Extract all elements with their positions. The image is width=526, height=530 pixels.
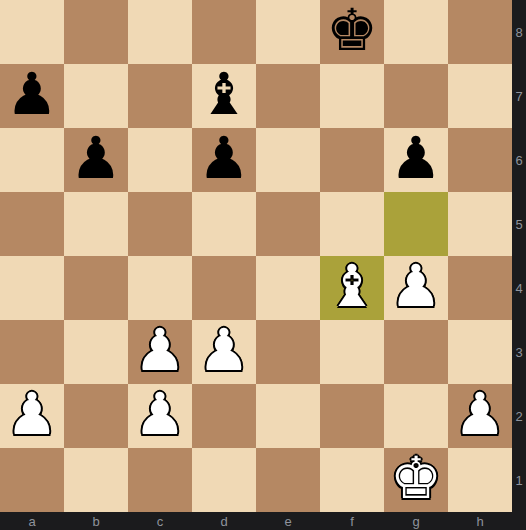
white-pawn-g4[interactable]: ♟ <box>390 254 442 318</box>
square-a5[interactable] <box>0 192 64 256</box>
square-a8[interactable] <box>0 0 64 64</box>
square-d6[interactable]: ♟ <box>192 128 256 192</box>
square-e5[interactable] <box>256 192 320 256</box>
square-c5[interactable] <box>128 192 192 256</box>
square-a7[interactable]: ♟ <box>0 64 64 128</box>
square-h5[interactable] <box>448 192 512 256</box>
square-d7[interactable]: ♝ <box>192 64 256 128</box>
black-bishop-d7[interactable]: ♝ <box>198 62 250 126</box>
square-c7[interactable] <box>128 64 192 128</box>
rank-label-2: 2 <box>512 384 526 448</box>
square-e6[interactable] <box>256 128 320 192</box>
square-b1[interactable] <box>64 448 128 512</box>
rank-coordinates: 87654321 <box>512 0 526 512</box>
file-coordinates: abcdefgh <box>0 512 512 530</box>
chess-board-app: ♚♟♝♟♟♟♝♟♟♟♟♟♟♚ 87654321 abcdefgh <box>0 0 526 530</box>
rank-label-4: 4 <box>512 256 526 320</box>
file-label-f: f <box>320 512 384 530</box>
square-f1[interactable] <box>320 448 384 512</box>
square-b7[interactable] <box>64 64 128 128</box>
square-h2[interactable]: ♟ <box>448 384 512 448</box>
square-b3[interactable] <box>64 320 128 384</box>
square-d4[interactable] <box>192 256 256 320</box>
white-pawn-c2[interactable]: ♟ <box>134 382 186 446</box>
black-king-f8[interactable]: ♚ <box>326 0 378 62</box>
file-label-g: g <box>384 512 448 530</box>
black-pawn-b6[interactable]: ♟ <box>70 126 122 190</box>
square-g8[interactable] <box>384 0 448 64</box>
square-f3[interactable] <box>320 320 384 384</box>
square-g1[interactable]: ♚ <box>384 448 448 512</box>
square-b2[interactable] <box>64 384 128 448</box>
square-g4[interactable]: ♟ <box>384 256 448 320</box>
square-f2[interactable] <box>320 384 384 448</box>
square-h7[interactable] <box>448 64 512 128</box>
white-pawn-c3[interactable]: ♟ <box>134 318 186 382</box>
file-label-h: h <box>448 512 512 530</box>
black-pawn-g6[interactable]: ♟ <box>390 126 442 190</box>
square-g6[interactable]: ♟ <box>384 128 448 192</box>
square-c3[interactable]: ♟ <box>128 320 192 384</box>
white-king-g1[interactable]: ♚ <box>390 446 442 510</box>
square-a1[interactable] <box>0 448 64 512</box>
square-c2[interactable]: ♟ <box>128 384 192 448</box>
square-c8[interactable] <box>128 0 192 64</box>
rank-label-6: 6 <box>512 128 526 192</box>
file-label-c: c <box>128 512 192 530</box>
square-a2[interactable]: ♟ <box>0 384 64 448</box>
square-g2[interactable] <box>384 384 448 448</box>
square-d3[interactable]: ♟ <box>192 320 256 384</box>
square-d8[interactable] <box>192 0 256 64</box>
file-label-a: a <box>0 512 64 530</box>
black-pawn-a7[interactable]: ♟ <box>6 62 58 126</box>
rank-label-1: 1 <box>512 448 526 512</box>
rank-label-8: 8 <box>512 0 526 64</box>
chess-board: ♚♟♝♟♟♟♝♟♟♟♟♟♟♚ <box>0 0 512 512</box>
file-label-d: d <box>192 512 256 530</box>
square-g7[interactable] <box>384 64 448 128</box>
black-pawn-d6[interactable]: ♟ <box>198 126 250 190</box>
rank-label-7: 7 <box>512 64 526 128</box>
square-a6[interactable] <box>0 128 64 192</box>
square-a3[interactable] <box>0 320 64 384</box>
square-h1[interactable] <box>448 448 512 512</box>
square-e1[interactable] <box>256 448 320 512</box>
square-e3[interactable] <box>256 320 320 384</box>
square-b6[interactable]: ♟ <box>64 128 128 192</box>
square-f4[interactable]: ♝ <box>320 256 384 320</box>
square-d5[interactable] <box>192 192 256 256</box>
square-e7[interactable] <box>256 64 320 128</box>
rank-label-5: 5 <box>512 192 526 256</box>
square-b5[interactable] <box>64 192 128 256</box>
square-h4[interactable] <box>448 256 512 320</box>
file-label-b: b <box>64 512 128 530</box>
white-pawn-h2[interactable]: ♟ <box>454 382 506 446</box>
square-f8[interactable]: ♚ <box>320 0 384 64</box>
square-c4[interactable] <box>128 256 192 320</box>
square-h8[interactable] <box>448 0 512 64</box>
file-label-e: e <box>256 512 320 530</box>
square-f6[interactable] <box>320 128 384 192</box>
square-c6[interactable] <box>128 128 192 192</box>
square-h6[interactable] <box>448 128 512 192</box>
square-e4[interactable] <box>256 256 320 320</box>
square-d1[interactable] <box>192 448 256 512</box>
white-bishop-f4[interactable]: ♝ <box>326 254 378 318</box>
square-b4[interactable] <box>64 256 128 320</box>
square-f5[interactable] <box>320 192 384 256</box>
square-g3[interactable] <box>384 320 448 384</box>
square-d2[interactable] <box>192 384 256 448</box>
rank-label-3: 3 <box>512 320 526 384</box>
white-pawn-d3[interactable]: ♟ <box>198 318 250 382</box>
square-e8[interactable] <box>256 0 320 64</box>
square-a4[interactable] <box>0 256 64 320</box>
white-pawn-a2[interactable]: ♟ <box>6 382 58 446</box>
square-g5[interactable] <box>384 192 448 256</box>
square-c1[interactable] <box>128 448 192 512</box>
square-f7[interactable] <box>320 64 384 128</box>
square-b8[interactable] <box>64 0 128 64</box>
square-h3[interactable] <box>448 320 512 384</box>
square-e2[interactable] <box>256 384 320 448</box>
